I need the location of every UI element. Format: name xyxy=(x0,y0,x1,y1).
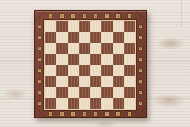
square-g8[interactable] xyxy=(113,21,124,32)
coord-cell: 4 xyxy=(38,65,42,76)
coord-cell: 8 xyxy=(38,21,42,32)
frame-mitre-joint xyxy=(136,107,146,117)
square-g4[interactable] xyxy=(113,65,124,76)
square-h2[interactable] xyxy=(124,87,135,98)
brass-coordinate-label: d xyxy=(83,112,87,116)
square-g6[interactable] xyxy=(113,43,124,54)
square-h8[interactable] xyxy=(124,21,135,32)
coord-cell: 6 xyxy=(38,43,42,54)
square-d8[interactable] xyxy=(79,21,90,32)
square-g3[interactable] xyxy=(113,76,124,87)
coord-cell: 4 xyxy=(139,65,143,76)
square-b6[interactable] xyxy=(56,43,67,54)
square-b3[interactable] xyxy=(56,76,67,87)
coord-cell: a xyxy=(45,14,56,18)
brass-coordinate-label: 7 xyxy=(139,36,143,40)
square-b5[interactable] xyxy=(56,54,67,65)
square-d6[interactable] xyxy=(79,43,90,54)
brass-coordinate-label: f xyxy=(105,112,109,116)
brass-coordinate-label: 3 xyxy=(139,80,143,84)
square-e6[interactable] xyxy=(90,43,101,54)
square-a5[interactable] xyxy=(45,54,56,65)
coord-cell: e xyxy=(90,112,101,116)
coord-cell: 5 xyxy=(139,54,143,65)
brass-coordinate-label: e xyxy=(94,14,98,18)
square-f7[interactable] xyxy=(101,32,112,43)
chess-board: abcdefgh abcdefgh 87654321 87654321 xyxy=(34,10,147,118)
square-d3[interactable] xyxy=(79,76,90,87)
file-labels-top: abcdefgh xyxy=(45,14,135,18)
brass-coordinate-label: e xyxy=(94,112,98,116)
square-a1[interactable] xyxy=(45,98,56,109)
square-g1[interactable] xyxy=(113,98,124,109)
square-e5[interactable] xyxy=(90,54,101,65)
coord-cell: 7 xyxy=(38,32,42,43)
square-c3[interactable] xyxy=(68,76,79,87)
brass-coordinate-label: h xyxy=(128,14,132,18)
brass-coordinate-label: 6 xyxy=(38,47,42,51)
coord-cell: 1 xyxy=(139,98,143,109)
brass-coordinate-label: f xyxy=(105,14,109,18)
square-c6[interactable] xyxy=(68,43,79,54)
square-f6[interactable] xyxy=(101,43,112,54)
brass-coordinate-label: 2 xyxy=(139,91,143,95)
coord-cell: g xyxy=(113,14,124,18)
square-e2[interactable] xyxy=(90,87,101,98)
square-h5[interactable] xyxy=(124,54,135,65)
wood-knot xyxy=(92,120,118,127)
coord-cell: b xyxy=(56,14,67,18)
coord-cell: 2 xyxy=(38,87,42,98)
file-labels-bottom: abcdefgh xyxy=(45,112,135,116)
square-a6[interactable] xyxy=(45,43,56,54)
square-g2[interactable] xyxy=(113,87,124,98)
brass-coordinate-label: a xyxy=(49,112,53,116)
brass-coordinate-label: 8 xyxy=(139,25,143,29)
brass-coordinate-label: 1 xyxy=(139,102,143,106)
brass-coordinate-label: 4 xyxy=(139,69,143,73)
brass-coordinate-label: 5 xyxy=(139,58,143,62)
square-e4[interactable] xyxy=(90,65,101,76)
coord-cell: f xyxy=(101,112,112,116)
coord-cell: d xyxy=(79,14,90,18)
coord-cell: h xyxy=(124,112,135,116)
square-b8[interactable] xyxy=(56,21,67,32)
square-d4[interactable] xyxy=(79,65,90,76)
square-f8[interactable] xyxy=(101,21,112,32)
brass-coordinate-label: b xyxy=(60,14,64,18)
brass-coordinate-label: c xyxy=(71,112,75,116)
brass-coordinate-label: g xyxy=(116,14,120,18)
square-f4[interactable] xyxy=(101,65,112,76)
square-b4[interactable] xyxy=(56,65,67,76)
wood-knot xyxy=(152,93,186,108)
square-a2[interactable] xyxy=(45,87,56,98)
square-d1[interactable] xyxy=(79,98,90,109)
photo-scene: abcdefgh abcdefgh 87654321 87654321 xyxy=(0,0,190,127)
coord-cell: f xyxy=(101,14,112,18)
coord-cell: d xyxy=(79,112,90,116)
brass-coordinate-label: h xyxy=(128,112,132,116)
wood-knot xyxy=(2,88,28,100)
rank-labels-right: 87654321 xyxy=(139,21,143,109)
coord-cell: e xyxy=(90,14,101,18)
coord-cell: c xyxy=(68,14,79,18)
coord-cell: 3 xyxy=(38,76,42,87)
coord-cell: 3 xyxy=(139,76,143,87)
square-a7[interactable] xyxy=(45,32,56,43)
brass-coordinate-label: 5 xyxy=(38,58,42,62)
brass-coordinate-label: 4 xyxy=(38,69,42,73)
square-h1[interactable] xyxy=(124,98,135,109)
board-grid xyxy=(45,21,135,109)
rank-labels-left: 87654321 xyxy=(38,21,42,109)
brass-coordinate-label: 1 xyxy=(38,102,42,106)
coord-cell: b xyxy=(56,112,67,116)
square-g7[interactable] xyxy=(113,32,124,43)
brass-coordinate-label: 2 xyxy=(38,91,42,95)
square-c2[interactable] xyxy=(68,87,79,98)
coord-cell: 1 xyxy=(38,98,42,109)
square-h4[interactable] xyxy=(124,65,135,76)
square-e8[interactable] xyxy=(90,21,101,32)
square-h6[interactable] xyxy=(124,43,135,54)
coord-cell: c xyxy=(68,112,79,116)
square-e1[interactable] xyxy=(90,98,101,109)
brass-coordinate-label: d xyxy=(83,14,87,18)
square-h7[interactable] xyxy=(124,32,135,43)
square-g5[interactable] xyxy=(113,54,124,65)
wood-knot xyxy=(156,37,186,50)
brass-coordinate-label: a xyxy=(49,14,53,18)
coord-cell: g xyxy=(113,112,124,116)
square-f5[interactable] xyxy=(101,54,112,65)
coord-cell: 2 xyxy=(139,87,143,98)
coord-cell: 6 xyxy=(139,43,143,54)
plank-joint xyxy=(181,0,182,27)
square-b7[interactable] xyxy=(56,32,67,43)
brass-coordinate-label: 7 xyxy=(38,36,42,40)
coord-cell: a xyxy=(45,112,56,116)
square-f3[interactable] xyxy=(101,76,112,87)
square-c4[interactable] xyxy=(68,65,79,76)
square-d5[interactable] xyxy=(79,54,90,65)
square-b2[interactable] xyxy=(56,87,67,98)
coord-cell: 5 xyxy=(38,54,42,65)
square-b1[interactable] xyxy=(56,98,67,109)
square-c7[interactable] xyxy=(68,32,79,43)
brass-coordinate-label: b xyxy=(60,112,64,116)
square-d2[interactable] xyxy=(79,87,90,98)
brass-coordinate-label: 3 xyxy=(38,80,42,84)
square-f1[interactable] xyxy=(101,98,112,109)
square-a3[interactable] xyxy=(45,76,56,87)
frame-mitre-joint xyxy=(136,11,146,21)
square-h3[interactable] xyxy=(124,76,135,87)
square-e3[interactable] xyxy=(90,76,101,87)
brass-coordinate-label: g xyxy=(116,112,120,116)
square-e7[interactable] xyxy=(90,32,101,43)
square-d7[interactable] xyxy=(79,32,90,43)
square-a8[interactable] xyxy=(45,21,56,32)
playing-area xyxy=(44,20,136,110)
square-f2[interactable] xyxy=(101,87,112,98)
square-c8[interactable] xyxy=(68,21,79,32)
square-c5[interactable] xyxy=(68,54,79,65)
brass-coordinate-label: c xyxy=(71,14,75,18)
coord-cell: 8 xyxy=(139,21,143,32)
square-c1[interactable] xyxy=(68,98,79,109)
brass-coordinate-label: 6 xyxy=(139,47,143,51)
coord-cell: 7 xyxy=(139,32,143,43)
square-a4[interactable] xyxy=(45,65,56,76)
coord-cell: h xyxy=(124,14,135,18)
brass-coordinate-label: 8 xyxy=(38,25,42,29)
